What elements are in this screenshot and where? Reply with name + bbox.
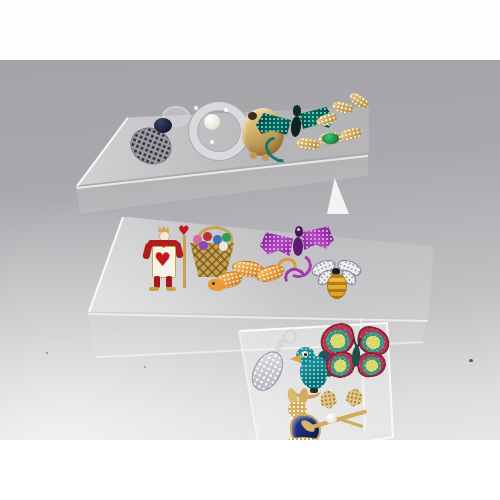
white-border-top <box>0 0 500 60</box>
gold-leaf <box>295 136 320 151</box>
queen-of-hearts-brooch: ♥ ♥ ♥ <box>142 226 192 292</box>
pearl <box>204 114 220 130</box>
bee-brooch <box>310 258 362 304</box>
citrine-body <box>327 274 347 299</box>
foot-left <box>149 287 159 291</box>
sparkle <box>224 108 228 112</box>
dust-speck <box>144 366 146 368</box>
emerald-crystals <box>322 133 339 144</box>
dust-speck <box>469 359 473 362</box>
pearl <box>326 413 337 424</box>
marcasite-brooch <box>130 106 192 168</box>
pearl-wreath-brooch <box>186 100 238 152</box>
dragon-body <box>293 237 303 256</box>
wing-left <box>260 231 293 256</box>
wing-right <box>301 225 334 250</box>
parrot-pupil <box>304 353 307 356</box>
tulip-bloom <box>344 386 365 408</box>
sparkle <box>210 140 214 144</box>
card-heart: ♥ <box>154 250 171 269</box>
crystal-flower-red <box>203 232 212 241</box>
dragon-head <box>293 105 301 116</box>
gold-tulip-spray-brooch <box>298 388 376 446</box>
crystal-flower-green <box>222 233 231 242</box>
gold-leaf <box>299 418 317 434</box>
crystal-flower-purple <box>199 241 208 250</box>
dust-speck <box>46 352 48 354</box>
white-border-bottom <box>0 440 500 500</box>
sparkle <box>194 106 198 110</box>
butterfly-brooch <box>318 324 392 390</box>
sparkle <box>297 228 300 231</box>
photo-of-brooch-collection: ♥ ♥ ♥ <box>0 0 500 500</box>
heart-staff <box>183 235 186 288</box>
foot-right <box>166 287 176 291</box>
tulip-bloom <box>319 389 338 410</box>
dragon-eye <box>212 282 215 285</box>
dark-blue-stone <box>154 118 172 133</box>
gold-leaf <box>339 126 363 143</box>
gold-emerald-spray-brooch <box>296 124 362 158</box>
wing-left <box>256 113 291 135</box>
